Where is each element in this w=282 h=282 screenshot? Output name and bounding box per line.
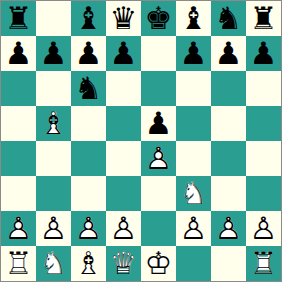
square-c6[interactable]: ♞ — [71, 71, 106, 106]
square-c3[interactable] — [71, 176, 106, 211]
square-h8[interactable]: ♜ — [246, 1, 281, 36]
white-pawn-piece[interactable]: ♟♙ — [36, 211, 71, 246]
square-f8[interactable]: ♝ — [176, 1, 211, 36]
black-pawn-icon: ♟ — [176, 36, 211, 71]
black-pawn-piece[interactable]: ♟ — [176, 36, 211, 71]
square-g5[interactable] — [211, 106, 246, 141]
white-king-piece[interactable]: ♚♔ — [141, 246, 176, 281]
square-e6[interactable] — [141, 71, 176, 106]
square-f3[interactable]: ♞♘ — [176, 176, 211, 211]
black-pawn-piece[interactable]: ♟ — [106, 36, 141, 71]
black-pawn-icon: ♟ — [71, 36, 106, 71]
square-g7[interactable]: ♟ — [211, 36, 246, 71]
chess-board: ♜♝♛♚♝♞♜♟♟♟♟♟♟♟♞♝♗♟♟♙♞♘♟♙♟♙♟♙♟♙♟♙♟♙♟♙♜♖♞♘… — [1, 1, 281, 281]
square-f2[interactable]: ♟♙ — [176, 211, 211, 246]
square-d2[interactable]: ♟♙ — [106, 211, 141, 246]
square-c5[interactable] — [71, 106, 106, 141]
square-h6[interactable] — [246, 71, 281, 106]
black-rook-piece[interactable]: ♜ — [1, 1, 36, 36]
white-pawn-piece[interactable]: ♟♙ — [1, 211, 36, 246]
square-a3[interactable] — [1, 176, 36, 211]
square-h7[interactable]: ♟ — [246, 36, 281, 71]
white-pawn-icon: ♙ — [71, 211, 106, 246]
square-a2[interactable]: ♟♙ — [1, 211, 36, 246]
square-c8[interactable]: ♝ — [71, 1, 106, 36]
square-h4[interactable] — [246, 141, 281, 176]
white-king-icon: ♔ — [141, 246, 176, 281]
white-knight-icon: ♘ — [36, 246, 71, 281]
square-b6[interactable] — [36, 71, 71, 106]
white-knight-piece[interactable]: ♞♘ — [176, 176, 211, 211]
white-bishop-icon: ♗ — [71, 246, 106, 281]
square-b7[interactable]: ♟ — [36, 36, 71, 71]
square-d3[interactable] — [106, 176, 141, 211]
square-d6[interactable] — [106, 71, 141, 106]
square-h1[interactable]: ♜♖ — [246, 246, 281, 281]
square-e8[interactable]: ♚ — [141, 1, 176, 36]
square-g8[interactable]: ♞ — [211, 1, 246, 36]
black-pawn-icon: ♟ — [106, 36, 141, 71]
white-pawn-icon: ♙ — [106, 211, 141, 246]
square-h5[interactable] — [246, 106, 281, 141]
square-e4[interactable]: ♟♙ — [141, 141, 176, 176]
square-b3[interactable] — [36, 176, 71, 211]
white-rook-icon: ♖ — [1, 246, 36, 281]
black-pawn-icon: ♟ — [1, 36, 36, 71]
white-rook-piece[interactable]: ♜♖ — [1, 246, 36, 281]
white-pawn-piece[interactable]: ♟♙ — [106, 211, 141, 246]
square-a4[interactable] — [1, 141, 36, 176]
square-g1[interactable] — [211, 246, 246, 281]
white-pawn-piece[interactable]: ♟♙ — [176, 211, 211, 246]
square-c4[interactable] — [71, 141, 106, 176]
square-g6[interactable] — [211, 71, 246, 106]
black-pawn-piece[interactable]: ♟ — [1, 36, 36, 71]
square-a5[interactable] — [1, 106, 36, 141]
black-knight-piece[interactable]: ♞ — [211, 1, 246, 36]
black-bishop-icon: ♝ — [176, 1, 211, 36]
black-pawn-icon: ♟ — [141, 106, 176, 141]
black-knight-icon: ♞ — [211, 1, 246, 36]
white-pawn-icon: ♙ — [141, 141, 176, 176]
square-a6[interactable] — [1, 71, 36, 106]
square-h2[interactable]: ♟♙ — [246, 211, 281, 246]
black-rook-icon: ♜ — [246, 1, 281, 36]
square-b1[interactable]: ♞♘ — [36, 246, 71, 281]
black-pawn-icon: ♟ — [36, 36, 71, 71]
black-rook-piece[interactable]: ♜ — [246, 1, 281, 36]
white-pawn-piece[interactable]: ♟♙ — [141, 141, 176, 176]
square-e3[interactable] — [141, 176, 176, 211]
square-g3[interactable] — [211, 176, 246, 211]
square-d8[interactable]: ♛ — [106, 1, 141, 36]
square-a7[interactable]: ♟ — [1, 36, 36, 71]
white-rook-icon: ♖ — [246, 246, 281, 281]
square-b4[interactable] — [36, 141, 71, 176]
square-h3[interactable] — [246, 176, 281, 211]
black-king-icon: ♚ — [141, 1, 176, 36]
square-b8[interactable] — [36, 1, 71, 36]
square-g4[interactable] — [211, 141, 246, 176]
black-queen-icon: ♛ — [106, 1, 141, 36]
white-bishop-piece[interactable]: ♝♗ — [36, 106, 71, 141]
white-pawn-icon: ♙ — [1, 211, 36, 246]
black-pawn-piece[interactable]: ♟ — [211, 36, 246, 71]
chess-board-frame: ♜♝♛♚♝♞♜♟♟♟♟♟♟♟♞♝♗♟♟♙♞♘♟♙♟♙♟♙♟♙♟♙♟♙♟♙♜♖♞♘… — [0, 0, 282, 282]
square-d4[interactable] — [106, 141, 141, 176]
square-g2[interactable]: ♟♙ — [211, 211, 246, 246]
square-b5[interactable]: ♝♗ — [36, 106, 71, 141]
square-a1[interactable]: ♜♖ — [1, 246, 36, 281]
black-pawn-piece[interactable]: ♟ — [71, 36, 106, 71]
white-pawn-piece[interactable]: ♟♙ — [211, 211, 246, 246]
white-bishop-piece[interactable]: ♝♗ — [71, 246, 106, 281]
black-pawn-piece[interactable]: ♟ — [141, 106, 176, 141]
white-pawn-icon: ♙ — [36, 211, 71, 246]
square-f4[interactable] — [176, 141, 211, 176]
white-bishop-icon: ♗ — [36, 106, 71, 141]
square-b2[interactable]: ♟♙ — [36, 211, 71, 246]
black-pawn-piece[interactable]: ♟ — [36, 36, 71, 71]
white-knight-piece[interactable]: ♞♘ — [36, 246, 71, 281]
square-e2[interactable] — [141, 211, 176, 246]
white-rook-piece[interactable]: ♜♖ — [246, 246, 281, 281]
black-queen-piece[interactable]: ♛ — [106, 1, 141, 36]
square-f5[interactable] — [176, 106, 211, 141]
square-f1[interactable] — [176, 246, 211, 281]
black-knight-icon: ♞ — [71, 71, 106, 106]
black-knight-piece[interactable]: ♞ — [71, 71, 106, 106]
black-pawn-icon: ♟ — [246, 36, 281, 71]
square-d5[interactable] — [106, 106, 141, 141]
square-a8[interactable]: ♜ — [1, 1, 36, 36]
white-queen-piece[interactable]: ♛♕ — [106, 246, 141, 281]
white-pawn-piece[interactable]: ♟♙ — [246, 211, 281, 246]
square-d7[interactable]: ♟ — [106, 36, 141, 71]
square-f7[interactable]: ♟ — [176, 36, 211, 71]
square-f6[interactable] — [176, 71, 211, 106]
square-e7[interactable] — [141, 36, 176, 71]
black-rook-icon: ♜ — [1, 1, 36, 36]
square-e1[interactable]: ♚♔ — [141, 246, 176, 281]
white-pawn-icon: ♙ — [211, 211, 246, 246]
square-c7[interactable]: ♟ — [71, 36, 106, 71]
black-pawn-icon: ♟ — [211, 36, 246, 71]
white-knight-icon: ♘ — [176, 176, 211, 211]
black-bishop-piece[interactable]: ♝ — [176, 1, 211, 36]
square-c1[interactable]: ♝♗ — [71, 246, 106, 281]
square-e5[interactable]: ♟ — [141, 106, 176, 141]
white-pawn-icon: ♙ — [176, 211, 211, 246]
square-c2[interactable]: ♟♙ — [71, 211, 106, 246]
black-king-piece[interactable]: ♚ — [141, 1, 176, 36]
white-queen-icon: ♕ — [106, 246, 141, 281]
white-pawn-icon: ♙ — [246, 211, 281, 246]
square-d1[interactable]: ♛♕ — [106, 246, 141, 281]
white-pawn-piece[interactable]: ♟♙ — [71, 211, 106, 246]
black-pawn-piece[interactable]: ♟ — [246, 36, 281, 71]
black-bishop-piece[interactable]: ♝ — [71, 1, 106, 36]
black-bishop-icon: ♝ — [71, 1, 106, 36]
